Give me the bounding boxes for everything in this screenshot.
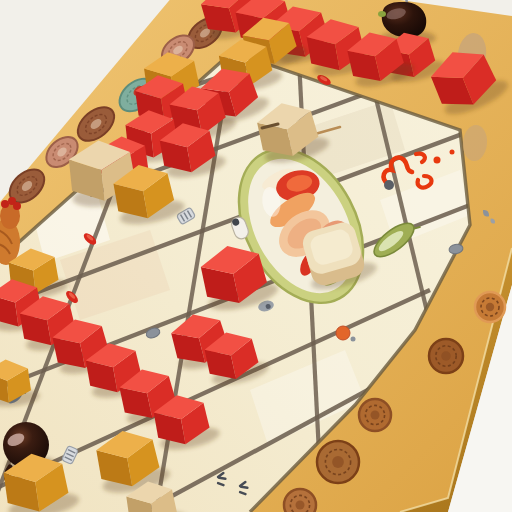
medallion-core [441,351,451,361]
orange-dot [336,326,350,340]
border-medallion [284,489,316,512]
orange-dot-speck [351,337,356,342]
medallion-core [371,411,380,420]
medallion-core [332,456,344,468]
figure-crest [13,202,21,210]
medallion-core [486,303,494,311]
squiggle-red-tick [450,150,455,155]
medallion-core [296,501,305,510]
board-scene-svg [0,0,512,512]
border-medallion [317,441,359,483]
squiggle-red-dot [434,157,441,164]
piece-green-fleck [378,11,386,17]
figure-crest [1,200,9,208]
border-medallion [359,399,391,431]
squiggle-gray-dot [384,180,394,190]
board-photo [0,0,512,512]
border-medallion [429,339,463,373]
border-medallion [475,292,505,322]
